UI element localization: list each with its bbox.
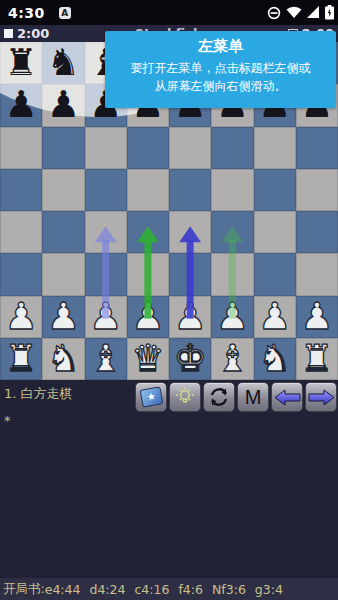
left-arrow-icon <box>274 389 301 406</box>
book-button[interactable]: ★ <box>135 382 167 412</box>
white-clock-time: 2:00 <box>17 26 49 41</box>
game-result-marker: * <box>4 413 11 428</box>
notification-app-icon: A <box>59 7 71 19</box>
book-move[interactable]: e4:44 <box>45 582 81 597</box>
redo-button[interactable] <box>305 382 337 412</box>
status-bar: 4:30 A <box>0 0 338 25</box>
book-move[interactable]: f4:6 <box>178 582 203 597</box>
opening-book-label: 开局书: <box>3 581 45 598</box>
mode-button-label: M <box>245 387 262 407</box>
undo-button[interactable] <box>271 382 303 412</box>
blue-book-star-icon: ★ <box>139 386 163 407</box>
move-list-text[interactable]: 1. 白方走棋 <box>4 385 73 403</box>
opening-book-bar: 开局书: e4:44d4:24c4:16f4:6Nf3:6g3:4 <box>0 578 338 600</box>
white-to-move-icon <box>4 29 13 38</box>
tooltip-title: 左菜单 <box>105 37 336 56</box>
swap-sides-button[interactable] <box>203 382 235 412</box>
do-not-disturb-icon <box>267 6 281 20</box>
move-list-panel: 1. 白方走棋 * ★ <box>0 380 338 578</box>
wifi-icon <box>286 6 302 19</box>
toolbar: ★ M <box>135 382 337 412</box>
book-move[interactable]: d4:24 <box>89 582 125 597</box>
circular-arrows-icon <box>207 385 231 409</box>
lightbulb-icon <box>173 385 197 409</box>
cell-signal-icon <box>307 6 320 19</box>
mode-button[interactable]: M <box>237 382 269 412</box>
battery-charging-icon <box>325 5 334 20</box>
tooltip-body-line1: 要打开左菜单，点击标题栏左侧或 <box>105 59 336 77</box>
book-move[interactable]: g3:4 <box>255 582 283 597</box>
book-move[interactable]: Nf3:6 <box>212 582 246 597</box>
hint-button[interactable] <box>169 382 201 412</box>
white-clock: 2:00 <box>0 26 49 41</box>
right-arrow-icon <box>308 389 335 406</box>
book-move[interactable]: c4:16 <box>135 582 170 597</box>
left-menu-tooltip[interactable]: 左菜单 要打开左菜单，点击标题栏左侧或 从屏幕左侧向右侧滑动。 <box>105 31 336 108</box>
tooltip-body-line2: 从屏幕左侧向右侧滑动。 <box>105 77 336 95</box>
status-time: 4:30 <box>8 5 45 21</box>
